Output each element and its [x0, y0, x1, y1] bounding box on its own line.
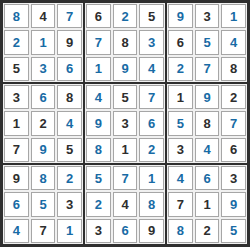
cell-r9c2[interactable]: 7: [31, 219, 56, 243]
block-5: 457936812: [84, 83, 166, 164]
cell-r2c5[interactable]: 8: [113, 30, 138, 54]
cell-r5c3[interactable]: 4: [57, 111, 82, 135]
cell-r2c7[interactable]: 6: [168, 30, 193, 54]
block-2: 625783194: [84, 2, 166, 83]
cell-r6c3[interactable]: 5: [57, 138, 82, 162]
cell-r8c1[interactable]: 6: [4, 192, 29, 216]
cell-r9c7[interactable]: 8: [168, 219, 193, 243]
cell-r6c1[interactable]: 7: [4, 138, 29, 162]
cell-r9c5[interactable]: 6: [113, 219, 138, 243]
cell-r6c5[interactable]: 1: [113, 138, 138, 162]
cell-r5c9[interactable]: 7: [221, 111, 246, 135]
cell-r2c1[interactable]: 2: [4, 30, 29, 54]
cell-r7c4[interactable]: 5: [86, 166, 111, 190]
cell-r9c6[interactable]: 9: [139, 219, 164, 243]
cell-r2c4[interactable]: 7: [86, 30, 111, 54]
block-7: 982653471: [2, 164, 84, 245]
cell-r3c1[interactable]: 5: [4, 57, 29, 81]
cell-r6c7[interactable]: 3: [168, 138, 193, 162]
cell-r8c9[interactable]: 9: [221, 192, 246, 216]
cell-r1c3[interactable]: 7: [57, 4, 82, 28]
cell-r6c8[interactable]: 4: [195, 138, 220, 162]
cell-r3c3[interactable]: 6: [57, 57, 82, 81]
cell-r3c2[interactable]: 3: [31, 57, 56, 81]
cell-r7c3[interactable]: 2: [57, 166, 82, 190]
cell-r4c9[interactable]: 2: [221, 85, 246, 109]
cell-r7c1[interactable]: 9: [4, 166, 29, 190]
cell-r3c6[interactable]: 4: [139, 57, 164, 81]
cell-r1c2[interactable]: 4: [31, 4, 56, 28]
block-6: 192587346: [166, 83, 248, 164]
cell-r4c7[interactable]: 1: [168, 85, 193, 109]
cell-r1c8[interactable]: 3: [195, 4, 220, 28]
block-1: 847219536: [2, 2, 84, 83]
cell-r5c7[interactable]: 5: [168, 111, 193, 135]
block-3: 931654278: [166, 2, 248, 83]
cell-r2c9[interactable]: 4: [221, 30, 246, 54]
cell-r7c9[interactable]: 3: [221, 166, 246, 190]
cell-r6c9[interactable]: 6: [221, 138, 246, 162]
cell-r2c8[interactable]: 5: [195, 30, 220, 54]
cell-r4c8[interactable]: 9: [195, 85, 220, 109]
sudoku-board: 8472195366257831949316542783681247954579…: [0, 0, 250, 247]
cell-r4c4[interactable]: 4: [86, 85, 111, 109]
cell-r2c3[interactable]: 9: [57, 30, 82, 54]
cell-r1c1[interactable]: 8: [4, 4, 29, 28]
cell-r4c1[interactable]: 3: [4, 85, 29, 109]
cell-r8c2[interactable]: 5: [31, 192, 56, 216]
cell-r7c8[interactable]: 6: [195, 166, 220, 190]
block-4: 368124795: [2, 83, 84, 164]
cell-r8c8[interactable]: 1: [195, 192, 220, 216]
cell-r1c4[interactable]: 6: [86, 4, 111, 28]
cell-r6c4[interactable]: 8: [86, 138, 111, 162]
cell-r2c2[interactable]: 1: [31, 30, 56, 54]
cell-r1c9[interactable]: 1: [221, 4, 246, 28]
block-9: 463719825: [166, 164, 248, 245]
cell-r7c6[interactable]: 1: [139, 166, 164, 190]
cell-r8c3[interactable]: 3: [57, 192, 82, 216]
cell-r3c7[interactable]: 2: [168, 57, 193, 81]
cell-r8c7[interactable]: 7: [168, 192, 193, 216]
cell-r5c6[interactable]: 6: [139, 111, 164, 135]
cell-r5c5[interactable]: 3: [113, 111, 138, 135]
cell-r9c4[interactable]: 3: [86, 219, 111, 243]
cell-r3c5[interactable]: 9: [113, 57, 138, 81]
cell-r9c9[interactable]: 5: [221, 219, 246, 243]
cell-r9c3[interactable]: 1: [57, 219, 82, 243]
cell-r3c8[interactable]: 7: [195, 57, 220, 81]
cell-r1c7[interactable]: 9: [168, 4, 193, 28]
cell-r8c5[interactable]: 4: [113, 192, 138, 216]
cell-r4c6[interactable]: 7: [139, 85, 164, 109]
cell-r6c6[interactable]: 2: [139, 138, 164, 162]
cell-r5c2[interactable]: 2: [31, 111, 56, 135]
cell-r8c6[interactable]: 8: [139, 192, 164, 216]
cell-r4c2[interactable]: 6: [31, 85, 56, 109]
cell-r5c4[interactable]: 9: [86, 111, 111, 135]
cell-r1c5[interactable]: 2: [113, 4, 138, 28]
cell-r5c8[interactable]: 8: [195, 111, 220, 135]
cell-r3c4[interactable]: 1: [86, 57, 111, 81]
cell-r2c6[interactable]: 3: [139, 30, 164, 54]
block-8: 571248369: [84, 164, 166, 245]
cell-r9c1[interactable]: 4: [4, 219, 29, 243]
cell-r4c5[interactable]: 5: [113, 85, 138, 109]
cell-r3c9[interactable]: 8: [221, 57, 246, 81]
cell-r8c4[interactable]: 2: [86, 192, 111, 216]
cell-r7c5[interactable]: 7: [113, 166, 138, 190]
cell-r7c2[interactable]: 8: [31, 166, 56, 190]
cell-r7c7[interactable]: 4: [168, 166, 193, 190]
cell-r4c3[interactable]: 8: [57, 85, 82, 109]
cell-r1c6[interactable]: 5: [139, 4, 164, 28]
cell-r6c2[interactable]: 9: [31, 138, 56, 162]
cell-r5c1[interactable]: 1: [4, 111, 29, 135]
cell-r9c8[interactable]: 2: [195, 219, 220, 243]
